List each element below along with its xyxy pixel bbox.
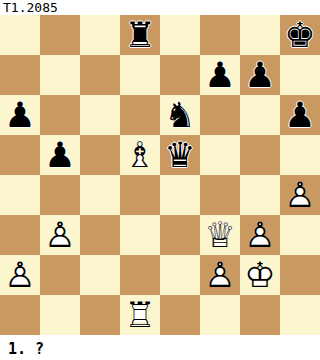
square-h3[interactable] <box>280 215 320 255</box>
piece-white-pawn: ♟♙ <box>200 255 240 295</box>
black-pawn-glyph: ♟ <box>240 55 280 95</box>
square-f4[interactable] <box>200 175 240 215</box>
square-h2[interactable] <box>280 255 320 295</box>
black-pawn-glyph: ♟ <box>0 95 40 135</box>
white-king-glyph: ♚ <box>240 255 280 295</box>
piece-white-king: ♚♔ <box>240 255 280 295</box>
piece-black-pawn: ♟ <box>40 135 80 175</box>
black-knight-glyph: ♞ <box>160 95 200 135</box>
piece-black-king: ♚ <box>280 15 320 55</box>
square-h8[interactable]: ♚ <box>280 15 320 55</box>
square-g3[interactable]: ♟♙ <box>240 215 280 255</box>
white-pawn-outline: ♙ <box>0 255 40 295</box>
piece-black-pawn: ♟ <box>240 55 280 95</box>
white-pawn-glyph: ♟ <box>200 255 240 295</box>
square-d5[interactable]: ♝♗ <box>120 135 160 175</box>
square-f5[interactable] <box>200 135 240 175</box>
piece-black-knight: ♞ <box>160 95 200 135</box>
square-f6[interactable] <box>200 95 240 135</box>
square-b4[interactable] <box>40 175 80 215</box>
square-f3[interactable]: ♛♕ <box>200 215 240 255</box>
square-g5[interactable] <box>240 135 280 175</box>
white-queen-glyph: ♛ <box>200 215 240 255</box>
square-a3[interactable] <box>0 215 40 255</box>
square-h4[interactable]: ♟♙ <box>280 175 320 215</box>
square-g7[interactable]: ♟ <box>240 55 280 95</box>
square-c5[interactable] <box>80 135 120 175</box>
piece-white-pawn: ♟♙ <box>280 175 320 215</box>
square-g8[interactable] <box>240 15 280 55</box>
square-h1[interactable] <box>280 295 320 335</box>
square-c8[interactable] <box>80 15 120 55</box>
square-e3[interactable] <box>160 215 200 255</box>
square-a8[interactable] <box>0 15 40 55</box>
piece-white-rook: ♜♖ <box>120 295 160 335</box>
white-pawn-glyph: ♟ <box>40 215 80 255</box>
square-b8[interactable] <box>40 15 80 55</box>
white-rook-outline: ♖ <box>120 295 160 335</box>
square-g2[interactable]: ♚♔ <box>240 255 280 295</box>
square-g1[interactable] <box>240 295 280 335</box>
white-pawn-outline: ♙ <box>40 215 80 255</box>
square-a4[interactable] <box>0 175 40 215</box>
piece-white-pawn: ♟♙ <box>240 215 280 255</box>
square-e5[interactable]: ♛ <box>160 135 200 175</box>
square-b1[interactable] <box>40 295 80 335</box>
piece-black-queen: ♛ <box>160 135 200 175</box>
white-queen-outline: ♕ <box>200 215 240 255</box>
puzzle-page: T1.2085 ♜♚♟♟♟♞♟♟♝♗♛♟♙♟♙♛♕♟♙♟♙♟♙♚♔♜♖ 1. ? <box>0 0 320 360</box>
square-b7[interactable] <box>40 55 80 95</box>
black-pawn-glyph: ♟ <box>40 135 80 175</box>
square-f7[interactable]: ♟ <box>200 55 240 95</box>
square-e6[interactable]: ♞ <box>160 95 200 135</box>
white-king-outline: ♔ <box>240 255 280 295</box>
square-c4[interactable] <box>80 175 120 215</box>
piece-black-rook: ♜ <box>120 15 160 55</box>
square-b5[interactable]: ♟ <box>40 135 80 175</box>
piece-white-bishop: ♝♗ <box>120 135 160 175</box>
white-bishop-outline: ♗ <box>120 135 160 175</box>
square-g4[interactable] <box>240 175 280 215</box>
black-rook-glyph: ♜ <box>120 15 160 55</box>
square-h7[interactable] <box>280 55 320 95</box>
piece-black-pawn: ♟ <box>0 95 40 135</box>
square-a6[interactable]: ♟ <box>0 95 40 135</box>
square-a1[interactable] <box>0 295 40 335</box>
piece-black-pawn: ♟ <box>280 95 320 135</box>
square-d6[interactable] <box>120 95 160 135</box>
piece-black-pawn: ♟ <box>200 55 240 95</box>
square-c7[interactable] <box>80 55 120 95</box>
square-e7[interactable] <box>160 55 200 95</box>
square-a7[interactable] <box>0 55 40 95</box>
square-g6[interactable] <box>240 95 280 135</box>
square-h6[interactable]: ♟ <box>280 95 320 135</box>
square-d1[interactable]: ♜♖ <box>120 295 160 335</box>
square-b3[interactable]: ♟♙ <box>40 215 80 255</box>
square-c6[interactable] <box>80 95 120 135</box>
piece-white-queen: ♛♕ <box>200 215 240 255</box>
piece-white-pawn: ♟♙ <box>40 215 80 255</box>
white-bishop-glyph: ♝ <box>120 135 160 175</box>
square-e1[interactable] <box>160 295 200 335</box>
square-f8[interactable] <box>200 15 240 55</box>
square-a5[interactable] <box>0 135 40 175</box>
square-d2[interactable] <box>120 255 160 295</box>
white-pawn-glyph: ♟ <box>280 175 320 215</box>
piece-white-pawn: ♟♙ <box>0 255 40 295</box>
square-d3[interactable] <box>120 215 160 255</box>
square-e8[interactable] <box>160 15 200 55</box>
puzzle-id: T1.2085 <box>0 0 320 15</box>
square-e2[interactable] <box>160 255 200 295</box>
square-c1[interactable] <box>80 295 120 335</box>
square-c3[interactable] <box>80 215 120 255</box>
square-b2[interactable] <box>40 255 80 295</box>
chess-board: ♜♚♟♟♟♞♟♟♝♗♛♟♙♟♙♛♕♟♙♟♙♟♙♚♔♜♖ <box>0 15 320 335</box>
square-h5[interactable] <box>280 135 320 175</box>
move-prompt: 1. ? <box>0 335 320 358</box>
square-d7[interactable] <box>120 55 160 95</box>
white-pawn-outline: ♙ <box>280 175 320 215</box>
square-e4[interactable] <box>160 175 200 215</box>
square-d4[interactable] <box>120 175 160 215</box>
black-queen-glyph: ♛ <box>160 135 200 175</box>
white-rook-glyph: ♜ <box>120 295 160 335</box>
white-pawn-outline: ♙ <box>200 255 240 295</box>
square-a2[interactable]: ♟♙ <box>0 255 40 295</box>
black-pawn-glyph: ♟ <box>200 55 240 95</box>
square-c2[interactable] <box>80 255 120 295</box>
square-f1[interactable] <box>200 295 240 335</box>
square-b6[interactable] <box>40 95 80 135</box>
black-king-glyph: ♚ <box>280 15 320 55</box>
white-pawn-glyph: ♟ <box>0 255 40 295</box>
square-f2[interactable]: ♟♙ <box>200 255 240 295</box>
square-d8[interactable]: ♜ <box>120 15 160 55</box>
white-pawn-glyph: ♟ <box>240 215 280 255</box>
white-pawn-outline: ♙ <box>240 215 280 255</box>
black-pawn-glyph: ♟ <box>280 95 320 135</box>
